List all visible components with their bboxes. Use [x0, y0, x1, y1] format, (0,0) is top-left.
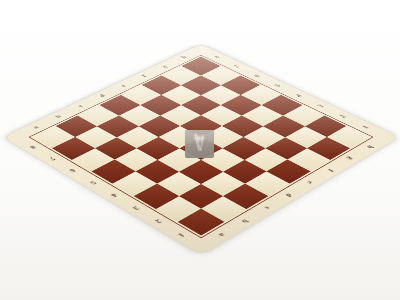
coord-label-right-a: a	[212, 229, 231, 240]
coord-label-bottom-8: 8	[24, 142, 41, 151]
coord-label-bottom-5: 5	[83, 177, 101, 187]
coord-label-right-d: d	[280, 190, 298, 200]
coord-label-right-e: e	[301, 177, 319, 187]
coord-label-right-f: f	[321, 165, 339, 175]
watermark-overlay	[185, 130, 214, 158]
board-photo: 88hh77gg66ff55ee44dd33cc22bb11aa	[0, 0, 400, 300]
coord-label-bottom-3: 3	[126, 203, 144, 213]
coord-label-bottom-6: 6	[63, 165, 81, 175]
coord-label-right-b: b	[235, 216, 254, 227]
coord-label-right-c: c	[258, 203, 276, 213]
coord-label-bottom-4: 4	[105, 190, 123, 200]
coord-label-bottom-1: 1	[171, 229, 190, 240]
coord-label-right-g: g	[342, 154, 359, 163]
coord-label-bottom-7: 7	[43, 154, 60, 163]
coord-label-right-h: h	[361, 142, 378, 151]
coord-label-bottom-2: 2	[148, 216, 167, 227]
